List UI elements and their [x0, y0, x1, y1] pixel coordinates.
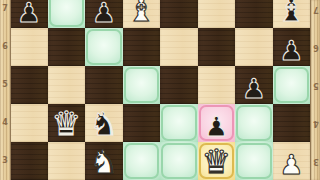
piece-white-bishop[interactable]: ♝ — [127, 0, 155, 28]
square-h3[interactable]: ♟ — [273, 142, 311, 180]
square-a7[interactable]: ♟ — [10, 0, 48, 28]
square-g5[interactable]: ♟ — [235, 66, 273, 104]
square-b5[interactable] — [48, 66, 86, 104]
square-a3[interactable] — [10, 142, 48, 180]
square-b6[interactable] — [48, 28, 86, 66]
square-b7[interactable] — [48, 0, 86, 28]
square-a4[interactable] — [10, 104, 48, 142]
square-g4[interactable] — [235, 104, 273, 142]
rank-label-4-right: 4 — [311, 117, 320, 129]
chess-board-view: ♟♟♝♝♟♟♛♞♟♞♛♟ 76543 76543 — [0, 0, 320, 180]
piece-black-pawn[interactable]: ♟ — [242, 75, 266, 104]
piece-black-bishop[interactable]: ♝ — [277, 0, 305, 28]
square-e5[interactable] — [160, 66, 198, 104]
square-e7[interactable] — [160, 0, 198, 28]
square-d5[interactable] — [123, 66, 161, 104]
square-f6[interactable] — [198, 28, 236, 66]
piece-black-knight[interactable]: ♞ — [89, 108, 118, 142]
rank-label-6-left: 6 — [0, 41, 10, 53]
square-d6[interactable] — [123, 28, 161, 66]
rank-label-5-right: 5 — [311, 79, 320, 91]
square-a6[interactable] — [10, 28, 48, 66]
rank-label-7-right: 7 — [311, 3, 320, 15]
piece-black-pawn[interactable]: ♟ — [92, 0, 116, 28]
square-h6[interactable]: ♟ — [273, 28, 311, 66]
square-f4[interactable]: ♟ — [198, 104, 236, 142]
square-a5[interactable] — [10, 66, 48, 104]
square-d7[interactable]: ♝ — [123, 0, 161, 28]
square-f7[interactable] — [198, 0, 236, 28]
piece-white-queen[interactable]: ♛ — [201, 145, 231, 180]
rank-label-4-left: 4 — [0, 117, 10, 129]
square-b3[interactable] — [48, 142, 86, 180]
square-h7[interactable]: ♝ — [273, 0, 311, 28]
piece-white-knight[interactable]: ♞ — [89, 146, 118, 180]
square-f3[interactable]: ♛ — [198, 142, 236, 180]
square-f5[interactable] — [198, 66, 236, 104]
piece-black-pawn[interactable]: ♟ — [204, 113, 228, 142]
square-g6[interactable] — [235, 28, 273, 66]
piece-black-pawn[interactable]: ♟ — [17, 0, 41, 28]
square-h5[interactable] — [273, 66, 311, 104]
square-c5[interactable] — [85, 66, 123, 104]
rank-label-7-left: 7 — [0, 3, 10, 15]
square-c6[interactable] — [85, 28, 123, 66]
rank-label-5-left: 5 — [0, 79, 10, 91]
square-h4[interactable] — [273, 104, 311, 142]
board: ♟♟♝♝♟♟♛♞♟♞♛♟ — [10, 0, 310, 180]
square-c3[interactable]: ♞ — [85, 142, 123, 180]
rank-label-3-right: 3 — [311, 155, 320, 167]
square-e3[interactable] — [160, 142, 198, 180]
piece-white-pawn[interactable]: ♟ — [279, 151, 303, 180]
square-d3[interactable] — [123, 142, 161, 180]
square-e4[interactable] — [160, 104, 198, 142]
piece-black-pawn[interactable]: ♟ — [279, 37, 303, 66]
rank-label-3-left: 3 — [0, 155, 10, 167]
square-b4[interactable]: ♛ — [48, 104, 86, 142]
square-c4[interactable]: ♞ — [85, 104, 123, 142]
board-border-left: 76543 — [0, 0, 11, 180]
board-border-right: 76543 — [310, 0, 320, 180]
rank-label-6-right: 6 — [311, 41, 320, 53]
square-g7[interactable] — [235, 0, 273, 28]
square-e6[interactable] — [160, 28, 198, 66]
square-g3[interactable] — [235, 142, 273, 180]
square-c7[interactable]: ♟ — [85, 0, 123, 28]
piece-black-queen[interactable]: ♛ — [51, 107, 81, 142]
square-d4[interactable] — [123, 104, 161, 142]
